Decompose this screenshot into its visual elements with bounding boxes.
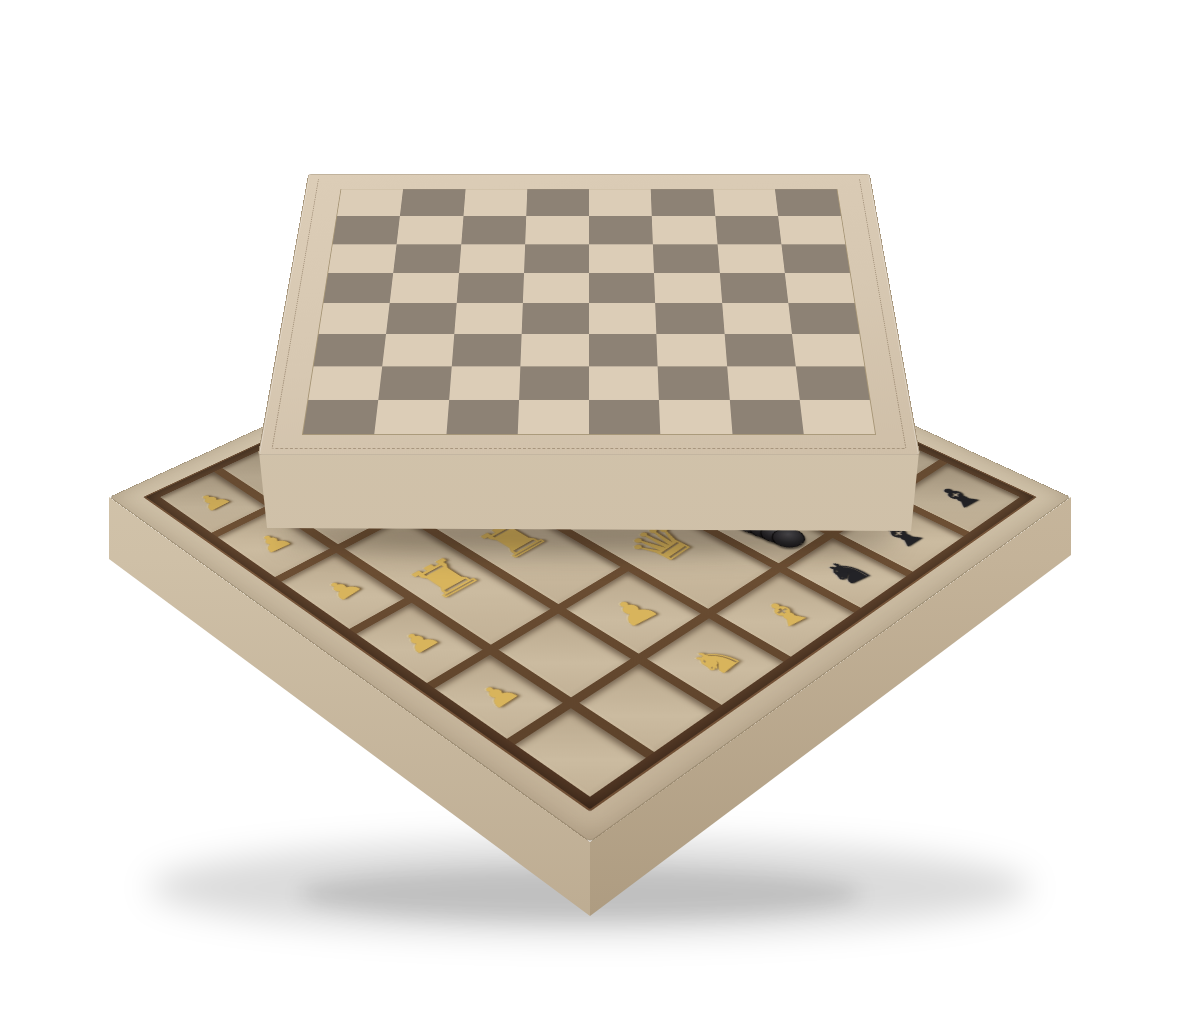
- board-square-g1: [729, 400, 803, 435]
- board-square-f8: [651, 189, 715, 216]
- board-square-d5: [523, 273, 589, 303]
- board-square-g8: [713, 189, 778, 216]
- gold-rook: ♜: [467, 513, 561, 568]
- board-square-c8: [463, 189, 527, 216]
- board-square-a7: [333, 216, 400, 244]
- board-square-h1: [799, 400, 875, 435]
- gold-bishop: ♝: [752, 593, 820, 634]
- board-square-f4: [655, 303, 724, 334]
- board-square-c1: [446, 400, 519, 435]
- board-square-c6: [459, 244, 525, 273]
- board-square-d8: [526, 189, 589, 216]
- board-square-a1: [303, 400, 379, 435]
- board-square-d7: [525, 216, 589, 244]
- board-square-a4: [319, 303, 390, 334]
- gold-pawn: ♟: [307, 492, 370, 527]
- board-square-c5: [456, 273, 524, 303]
- board-square-g7: [715, 216, 781, 244]
- board-square-b7: [397, 216, 463, 244]
- board-square-h8: [775, 189, 841, 216]
- gold-pawn: ♟: [189, 488, 237, 515]
- gold-pawn: ♟: [471, 678, 527, 715]
- board-square-d3: [520, 334, 589, 366]
- ground-shadow-inner: [300, 868, 860, 920]
- board-square-b8: [400, 189, 465, 216]
- board-square-e5: [589, 273, 655, 303]
- board-square-f1: [659, 400, 732, 435]
- board-square-b2: [379, 366, 452, 399]
- board-square-e2: [589, 366, 659, 399]
- board-square-f7: [652, 216, 717, 244]
- gold-knight: ♞: [680, 639, 750, 683]
- board-square-b5: [390, 273, 459, 303]
- board-leather-frame: [258, 174, 920, 455]
- black-bishop: ♝: [927, 480, 990, 515]
- board-square-h6: [781, 244, 850, 273]
- board-square-g5: [719, 273, 788, 303]
- board-square-h5: [785, 273, 855, 303]
- board-square-c3: [451, 334, 521, 366]
- board-square-d2: [519, 366, 589, 399]
- board-square-f5: [654, 273, 722, 303]
- board-square-g3: [724, 334, 795, 366]
- board-square-g4: [722, 303, 792, 334]
- board-square-e4: [589, 303, 657, 334]
- board-square-a3: [314, 334, 387, 366]
- checkers-stack: [782, 476, 860, 514]
- board-square-c7: [461, 216, 526, 244]
- chess-board-lid: [258, 174, 920, 455]
- board-square-b3: [382, 334, 453, 366]
- board-square-f2: [658, 366, 729, 399]
- board-square-g6: [717, 244, 784, 273]
- board-square-h2: [796, 366, 870, 399]
- gold-pawn: ♟: [317, 574, 369, 605]
- gold-knight: ♞: [377, 459, 437, 492]
- board-squares: [302, 189, 876, 435]
- board-square-f3: [657, 334, 727, 366]
- board-square-f6: [653, 244, 719, 273]
- board-square-a8: [337, 189, 403, 216]
- gold-pawn: ♟: [600, 591, 667, 632]
- black-knight: ♞: [814, 553, 880, 592]
- board-square-a2: [308, 366, 382, 399]
- gold-rook: ♜: [397, 549, 494, 607]
- board-square-h3: [792, 334, 865, 366]
- board-square-e6: [589, 244, 654, 273]
- board-square-c4: [454, 303, 523, 334]
- board-square-a6: [328, 244, 397, 273]
- board-square-g2: [727, 366, 800, 399]
- checkers-stack: [720, 507, 811, 552]
- gold-pawn: ♟: [248, 454, 307, 487]
- board-square-e3: [589, 334, 658, 366]
- board-square-e7: [589, 216, 653, 244]
- product-photo-stage: ♚♛♟♝♟♜♞♝♞♝♚♛♝♟♞♜♟♞♟♟♜♟♟♟♟♟ ◆ pinetti: [0, 0, 1200, 1015]
- board-square-b6: [393, 244, 460, 273]
- gold-pawn: ♟: [249, 528, 298, 557]
- board-square-b1: [374, 400, 448, 435]
- board-square-a5: [324, 273, 394, 303]
- board-square-e8: [589, 189, 652, 216]
- board-square-d4: [521, 303, 589, 334]
- board-square-d1: [517, 400, 589, 435]
- board-square-c2: [449, 366, 520, 399]
- board-square-b4: [386, 303, 456, 334]
- ground-shadow: [150, 840, 1030, 935]
- board-square-d6: [524, 244, 589, 273]
- black-bishop: ♝: [870, 517, 934, 554]
- gold-pawn: ♟: [393, 625, 447, 659]
- board-square-e1: [589, 400, 661, 435]
- board-square-h4: [788, 303, 859, 334]
- board-square-h7: [778, 216, 845, 244]
